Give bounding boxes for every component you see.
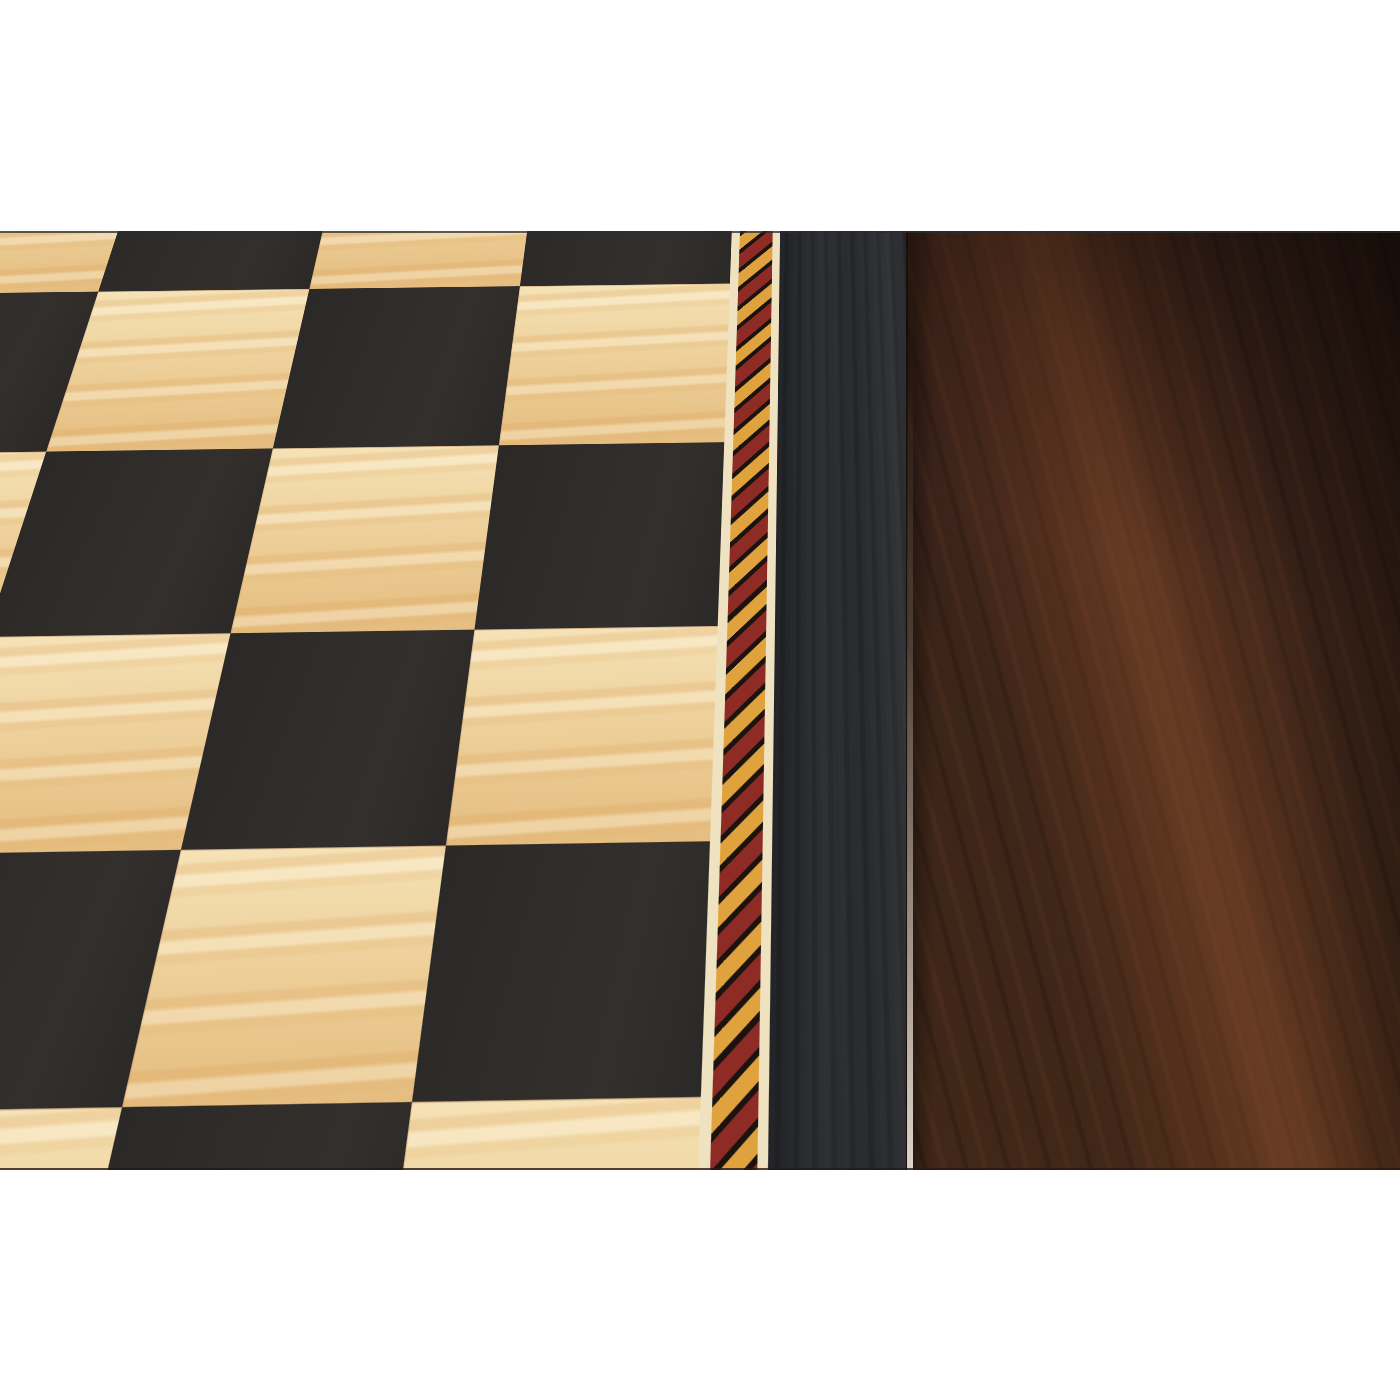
white-band-bottom [0,1170,1400,1400]
board-square-light [309,231,538,289]
chessboard-plane [0,231,987,1170]
chessboard-photo [0,231,1400,1170]
board-square-light [499,283,730,445]
white-band-top [0,0,1400,231]
checkerboard-grid [0,231,735,1170]
board-square-dark [412,841,710,1102]
photo-top-edge [0,231,1400,233]
board-square-dark [520,231,735,286]
board-square-dark [98,231,341,292]
board-square-dark [474,442,724,629]
product-photo-page [0,0,1400,1400]
board-square-dark [0,448,273,636]
board-square-light [371,1097,701,1170]
board-edge-highlight [907,231,913,1170]
walnut-table-surface [906,231,1400,1170]
board-square-light [0,1107,122,1170]
board-square-light [231,445,499,633]
board-square-dark [273,286,520,448]
board-square-light [446,626,718,846]
board-square-dark [181,630,475,850]
